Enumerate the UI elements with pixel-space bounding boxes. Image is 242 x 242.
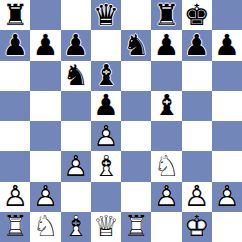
black-bishop: ♝	[91, 61, 121, 91]
square-h3[interactable]	[212, 151, 242, 181]
white-pawn: ♟♙	[91, 121, 121, 151]
black-pawn: ♟	[182, 30, 212, 60]
square-h6[interactable]	[212, 61, 242, 91]
square-a4[interactable]	[0, 121, 30, 151]
square-b2[interactable]: ♟♙	[30, 182, 60, 212]
white-bishop: ♝♗	[91, 151, 121, 181]
white-queen-outline-glyph: ♕	[91, 212, 121, 242]
square-a7[interactable]: ♟	[0, 30, 30, 60]
square-b3[interactable]	[30, 151, 60, 181]
square-c3[interactable]: ♟♙	[61, 151, 91, 181]
square-b8[interactable]	[30, 0, 60, 30]
square-c8[interactable]	[61, 0, 91, 30]
square-b5[interactable]	[30, 91, 60, 121]
white-pawn: ♟♙	[182, 182, 212, 212]
white-pawn: ♟♙	[0, 182, 30, 212]
square-e3[interactable]	[121, 151, 151, 181]
square-c5[interactable]	[61, 91, 91, 121]
square-e7[interactable]: ♞	[121, 30, 151, 60]
square-g6[interactable]	[182, 61, 212, 91]
square-h4[interactable]	[212, 121, 242, 151]
black-pawn-glyph: ♟	[0, 30, 30, 60]
square-e5[interactable]	[121, 91, 151, 121]
square-h7[interactable]: ♟	[212, 30, 242, 60]
square-b6[interactable]	[30, 61, 60, 91]
black-rook: ♜	[0, 0, 30, 30]
black-knight: ♞	[61, 61, 91, 91]
black-pawn-glyph: ♟	[30, 30, 60, 60]
chess-board: ♜♛♜♚♟♟♟♞♟♟♟♞♝♟♝♟♙♟♙♝♗♞♘♟♙♟♙♟♙♟♙♟♙♜♖♞♘♝♗♛…	[0, 0, 242, 242]
white-queen: ♛♕	[91, 212, 121, 242]
white-knight: ♞♘	[151, 151, 181, 181]
white-pawn-outline-glyph: ♙	[212, 182, 242, 212]
black-bishop-glyph: ♝	[91, 61, 121, 91]
black-rook: ♜	[151, 0, 181, 30]
black-pawn-glyph: ♟	[61, 30, 91, 60]
black-bishop: ♝	[151, 91, 181, 121]
white-pawn: ♟♙	[151, 182, 181, 212]
square-f7[interactable]: ♟	[151, 30, 181, 60]
white-knight: ♞♘	[30, 212, 60, 242]
square-d7[interactable]	[91, 30, 121, 60]
black-pawn: ♟	[61, 30, 91, 60]
square-a3[interactable]	[0, 151, 30, 181]
white-pawn-outline-glyph: ♙	[30, 182, 60, 212]
square-a1[interactable]: ♜♖	[0, 212, 30, 242]
square-d2[interactable]	[91, 182, 121, 212]
white-pawn: ♟♙	[212, 182, 242, 212]
square-d5[interactable]: ♟	[91, 91, 121, 121]
white-pawn-outline-glyph: ♙	[0, 182, 30, 212]
black-bishop-glyph: ♝	[151, 91, 181, 121]
square-c2[interactable]	[61, 182, 91, 212]
white-knight-outline-glyph: ♘	[151, 151, 181, 181]
black-pawn: ♟	[212, 30, 242, 60]
square-a2[interactable]: ♟♙	[0, 182, 30, 212]
white-pawn-outline-glyph: ♙	[91, 121, 121, 151]
black-pawn: ♟	[151, 30, 181, 60]
square-g4[interactable]	[182, 121, 212, 151]
square-g2[interactable]: ♟♙	[182, 182, 212, 212]
square-f6[interactable]	[151, 61, 181, 91]
square-f1[interactable]	[151, 212, 181, 242]
white-king: ♚♔	[182, 212, 212, 242]
square-d3[interactable]: ♝♗	[91, 151, 121, 181]
white-bishop-outline-glyph: ♗	[61, 212, 91, 242]
black-pawn-glyph: ♟	[151, 30, 181, 60]
square-f8[interactable]: ♜	[151, 0, 181, 30]
black-knight-glyph: ♞	[61, 61, 91, 91]
black-rook-glyph: ♜	[0, 0, 30, 30]
square-g8[interactable]: ♚	[182, 0, 212, 30]
black-rook-glyph: ♜	[151, 0, 181, 30]
white-rook: ♜♖	[121, 212, 151, 242]
square-b4[interactable]	[30, 121, 60, 151]
white-king-outline-glyph: ♔	[182, 212, 212, 242]
white-bishop-outline-glyph: ♗	[91, 151, 121, 181]
square-h2[interactable]: ♟♙	[212, 182, 242, 212]
black-queen-glyph: ♛	[91, 0, 121, 30]
black-pawn: ♟	[91, 91, 121, 121]
square-e4[interactable]	[121, 121, 151, 151]
square-f5[interactable]: ♝	[151, 91, 181, 121]
square-c6[interactable]: ♞	[61, 61, 91, 91]
square-b7[interactable]: ♟	[30, 30, 60, 60]
white-pawn-outline-glyph: ♙	[151, 182, 181, 212]
square-g7[interactable]: ♟	[182, 30, 212, 60]
square-a8[interactable]: ♜	[0, 0, 30, 30]
black-pawn-glyph: ♟	[91, 91, 121, 121]
white-pawn-outline-glyph: ♙	[61, 151, 91, 181]
square-d6[interactable]: ♝	[91, 61, 121, 91]
white-pawn: ♟♙	[61, 151, 91, 181]
white-pawn: ♟♙	[30, 182, 60, 212]
black-knight-glyph: ♞	[121, 30, 151, 60]
white-knight-outline-glyph: ♘	[30, 212, 60, 242]
black-pawn-glyph: ♟	[212, 30, 242, 60]
square-f3[interactable]: ♞♘	[151, 151, 181, 181]
black-pawn: ♟	[30, 30, 60, 60]
square-e6[interactable]	[121, 61, 151, 91]
black-king: ♚	[182, 0, 212, 30]
square-g1[interactable]: ♚♔	[182, 212, 212, 242]
black-queen: ♛	[91, 0, 121, 30]
square-f2[interactable]: ♟♙	[151, 182, 181, 212]
square-f4[interactable]	[151, 121, 181, 151]
black-pawn-glyph: ♟	[182, 30, 212, 60]
square-c7[interactable]: ♟	[61, 30, 91, 60]
white-rook-outline-glyph: ♖	[0, 212, 30, 242]
white-rook-outline-glyph: ♖	[121, 212, 151, 242]
white-pawn-outline-glyph: ♙	[182, 182, 212, 212]
square-b1[interactable]: ♞♘	[30, 212, 60, 242]
square-d1[interactable]: ♛♕	[91, 212, 121, 242]
square-c4[interactable]	[61, 121, 91, 151]
square-c1[interactable]: ♝♗	[61, 212, 91, 242]
square-h8[interactable]	[212, 0, 242, 30]
square-a5[interactable]	[0, 91, 30, 121]
square-g3[interactable]	[182, 151, 212, 181]
black-pawn: ♟	[0, 30, 30, 60]
square-a6[interactable]	[0, 61, 30, 91]
black-knight: ♞	[121, 30, 151, 60]
square-g5[interactable]	[182, 91, 212, 121]
square-h1[interactable]	[212, 212, 242, 242]
white-rook: ♜♖	[0, 212, 30, 242]
square-e2[interactable]	[121, 182, 151, 212]
black-king-glyph: ♚	[182, 0, 212, 30]
square-d8[interactable]: ♛	[91, 0, 121, 30]
square-e8[interactable]	[121, 0, 151, 30]
square-h5[interactable]	[212, 91, 242, 121]
square-e1[interactable]: ♜♖	[121, 212, 151, 242]
white-bishop: ♝♗	[61, 212, 91, 242]
square-d4[interactable]: ♟♙	[91, 121, 121, 151]
